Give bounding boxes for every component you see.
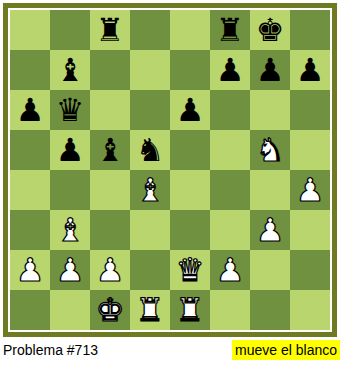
square-c1[interactable]: ♚ (90, 290, 130, 330)
square-b2[interactable]: ♟ (50, 250, 90, 290)
square-a7[interactable] (10, 50, 50, 90)
black-pawn[interactable]: ♟ (50, 130, 90, 170)
square-h4[interactable]: ♟ (290, 170, 330, 210)
black-rook[interactable]: ♜ (210, 10, 250, 50)
problem-caption: Problema #713 (3, 341, 98, 359)
square-c7[interactable] (90, 50, 130, 90)
board-frame: ♜♜♚♝♟♟♟♟♛♟♟♝♞♞♝♟♝♟♟♟♟♛♟♚♜♜ (3, 3, 337, 337)
black-bishop[interactable]: ♝ (90, 130, 130, 170)
square-f2[interactable]: ♟ (210, 250, 250, 290)
black-bishop[interactable]: ♝ (50, 50, 90, 90)
square-c5[interactable]: ♝ (90, 130, 130, 170)
square-a2[interactable]: ♟ (10, 250, 50, 290)
square-f7[interactable]: ♟ (210, 50, 250, 90)
square-e7[interactable] (170, 50, 210, 90)
square-f8[interactable]: ♜ (210, 10, 250, 50)
square-f5[interactable] (210, 130, 250, 170)
white-pawn[interactable]: ♟ (90, 250, 130, 290)
square-a3[interactable] (10, 210, 50, 250)
square-c3[interactable] (90, 210, 130, 250)
white-king[interactable]: ♚ (90, 290, 130, 330)
square-e4[interactable] (170, 170, 210, 210)
square-d5[interactable]: ♞ (130, 130, 170, 170)
square-e1[interactable]: ♜ (170, 290, 210, 330)
square-c4[interactable] (90, 170, 130, 210)
white-pawn[interactable]: ♟ (290, 170, 330, 210)
square-g7[interactable]: ♟ (250, 50, 290, 90)
black-rook[interactable]: ♜ (90, 10, 130, 50)
black-pawn[interactable]: ♟ (210, 50, 250, 90)
white-pawn[interactable]: ♟ (250, 210, 290, 250)
black-pawn[interactable]: ♟ (10, 90, 50, 130)
white-bishop[interactable]: ♝ (50, 210, 90, 250)
white-pawn[interactable]: ♟ (10, 250, 50, 290)
square-b4[interactable] (50, 170, 90, 210)
square-b1[interactable] (50, 290, 90, 330)
black-knight[interactable]: ♞ (130, 130, 170, 170)
square-g3[interactable]: ♟ (250, 210, 290, 250)
square-b3[interactable]: ♝ (50, 210, 90, 250)
square-d4[interactable]: ♝ (130, 170, 170, 210)
square-h6[interactable] (290, 90, 330, 130)
black-pawn[interactable]: ♟ (290, 50, 330, 90)
square-b8[interactable] (50, 10, 90, 50)
square-d8[interactable] (130, 10, 170, 50)
square-h8[interactable] (290, 10, 330, 50)
square-d6[interactable] (130, 90, 170, 130)
square-g2[interactable] (250, 250, 290, 290)
square-a6[interactable]: ♟ (10, 90, 50, 130)
square-d7[interactable] (130, 50, 170, 90)
square-c2[interactable]: ♟ (90, 250, 130, 290)
square-e6[interactable]: ♟ (170, 90, 210, 130)
square-f3[interactable] (210, 210, 250, 250)
square-h2[interactable] (290, 250, 330, 290)
square-f4[interactable] (210, 170, 250, 210)
square-c6[interactable] (90, 90, 130, 130)
square-e3[interactable] (170, 210, 210, 250)
white-bishop[interactable]: ♝ (130, 170, 170, 210)
white-rook[interactable]: ♜ (170, 290, 210, 330)
square-c8[interactable]: ♜ (90, 10, 130, 50)
square-e8[interactable] (170, 10, 210, 50)
square-a5[interactable] (10, 130, 50, 170)
chess-board: ♜♜♚♝♟♟♟♟♛♟♟♝♞♞♝♟♝♟♟♟♟♛♟♚♜♜ (10, 10, 330, 330)
square-h7[interactable]: ♟ (290, 50, 330, 90)
white-pawn[interactable]: ♟ (210, 250, 250, 290)
square-g5[interactable]: ♞ (250, 130, 290, 170)
square-f6[interactable] (210, 90, 250, 130)
square-g8[interactable]: ♚ (250, 10, 290, 50)
white-knight[interactable]: ♞ (250, 130, 290, 170)
square-h1[interactable] (290, 290, 330, 330)
square-e2[interactable]: ♛ (170, 250, 210, 290)
square-a8[interactable] (10, 10, 50, 50)
caption-row: Problema #713 mueve el blanco (3, 340, 340, 360)
black-king[interactable]: ♚ (250, 10, 290, 50)
square-d2[interactable] (130, 250, 170, 290)
page: ♜♜♚♝♟♟♟♟♛♟♟♝♞♞♝♟♝♟♟♟♟♛♟♚♜♜ Problema #713… (0, 0, 343, 370)
square-b7[interactable]: ♝ (50, 50, 90, 90)
black-queen[interactable]: ♛ (50, 90, 90, 130)
turn-indicator: mueve el blanco (232, 340, 340, 360)
square-a1[interactable] (10, 290, 50, 330)
square-b5[interactable]: ♟ (50, 130, 90, 170)
square-h3[interactable] (290, 210, 330, 250)
white-rook[interactable]: ♜ (130, 290, 170, 330)
white-queen[interactable]: ♛ (170, 250, 210, 290)
square-e5[interactable] (170, 130, 210, 170)
black-pawn[interactable]: ♟ (170, 90, 210, 130)
square-g4[interactable] (250, 170, 290, 210)
square-b6[interactable]: ♛ (50, 90, 90, 130)
white-pawn[interactable]: ♟ (50, 250, 90, 290)
square-g1[interactable] (250, 290, 290, 330)
square-d1[interactable]: ♜ (130, 290, 170, 330)
black-pawn[interactable]: ♟ (250, 50, 290, 90)
square-g6[interactable] (250, 90, 290, 130)
square-f1[interactable] (210, 290, 250, 330)
square-a4[interactable] (10, 170, 50, 210)
square-h5[interactable] (290, 130, 330, 170)
square-d3[interactable] (130, 210, 170, 250)
